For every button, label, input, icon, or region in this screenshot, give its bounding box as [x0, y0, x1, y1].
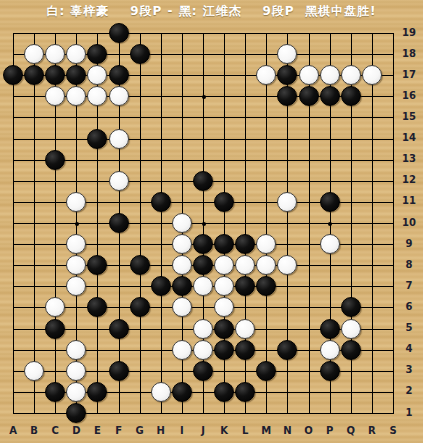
- black-stone-G8: [130, 255, 150, 275]
- column-label-D: D: [66, 425, 87, 436]
- board-point-M11: [256, 191, 277, 212]
- board-point-F18: [108, 44, 129, 65]
- black-stone-J9: [193, 234, 213, 254]
- white-stone-F16: [109, 86, 129, 106]
- board-point-L9: [235, 234, 256, 255]
- black-stone-K11: [214, 192, 234, 212]
- board-point-C6: [45, 297, 66, 318]
- board-point-P11: [319, 191, 340, 212]
- white-stone-P9: [320, 234, 340, 254]
- board-point-D4: [66, 339, 87, 360]
- row-label-4: 4: [397, 343, 421, 354]
- board-point-N10: [277, 212, 298, 233]
- board-point-P6: [319, 297, 340, 318]
- board-point-B14: [24, 128, 45, 149]
- board-point-M1: [256, 402, 277, 423]
- board-point-F8: [108, 255, 129, 276]
- row-label-3: 3: [397, 364, 421, 375]
- board-point-C7: [45, 276, 66, 297]
- black-stone-B17: [24, 65, 44, 85]
- board-point-O4: [298, 339, 319, 360]
- white-stone-B18: [24, 44, 44, 64]
- board-point-K3: [214, 360, 235, 381]
- board-point-C2: [45, 381, 66, 402]
- black-stone-M3: [256, 361, 276, 381]
- board-point-M17: [256, 65, 277, 86]
- column-label-H: H: [150, 425, 171, 436]
- board-point-E5: [87, 318, 108, 339]
- board-point-C16: [45, 86, 66, 107]
- board-point-R9: [361, 234, 382, 255]
- column-label-L: L: [235, 425, 256, 436]
- board-point-R10: [361, 212, 382, 233]
- white-stone-D11: [66, 192, 86, 212]
- board-point-L8: [235, 255, 256, 276]
- board-point-N13: [277, 149, 298, 170]
- white-stone-K7: [214, 276, 234, 296]
- row-label-11: 11: [397, 195, 421, 206]
- board-point-I18: [171, 44, 192, 65]
- black-stone-C13: [45, 150, 65, 170]
- board-point-H3: [150, 360, 171, 381]
- board-point-J4: [192, 339, 213, 360]
- board-point-C15: [45, 107, 66, 128]
- board-point-Q3: [340, 360, 361, 381]
- board-point-K10: [214, 212, 235, 233]
- stones-grid: [2, 22, 403, 423]
- board-point-E14: [87, 128, 108, 149]
- board-point-I4: [171, 339, 192, 360]
- board-point-I3: [171, 360, 192, 381]
- column-label-M: M: [256, 425, 277, 436]
- black-stone-J8: [193, 255, 213, 275]
- white-stone-I9: [172, 234, 192, 254]
- board-point-A13: [2, 149, 23, 170]
- black-stone-I2: [172, 382, 192, 402]
- board-point-B8: [24, 255, 45, 276]
- board-point-N18: [277, 44, 298, 65]
- board-point-F16: [108, 86, 129, 107]
- board-point-O15: [298, 107, 319, 128]
- board-point-P1: [319, 402, 340, 423]
- row-label-10: 10: [397, 217, 421, 228]
- board-point-B17: [24, 65, 45, 86]
- board-point-G11: [129, 191, 150, 212]
- board-point-A4: [2, 339, 23, 360]
- board-point-Q9: [340, 234, 361, 255]
- board-point-K5: [214, 318, 235, 339]
- board-point-E2: [87, 381, 108, 402]
- board-point-H6: [150, 297, 171, 318]
- board-point-O11: [298, 191, 319, 212]
- column-label-S: S: [383, 425, 404, 436]
- board-point-J17: [192, 65, 213, 86]
- board-point-M14: [256, 128, 277, 149]
- black-stone-H11: [151, 192, 171, 212]
- board-point-G1: [129, 402, 150, 423]
- board-point-M13: [256, 149, 277, 170]
- column-label-J: J: [193, 425, 214, 436]
- white-stone-F14: [109, 129, 129, 149]
- board-point-I8: [171, 255, 192, 276]
- board-point-Q19: [340, 22, 361, 43]
- board-point-B19: [24, 22, 45, 43]
- board-point-J6: [192, 297, 213, 318]
- white-stone-J4: [193, 340, 213, 360]
- board-point-O19: [298, 22, 319, 43]
- column-label-K: K: [214, 425, 235, 436]
- go-board: ABCDEFGHIJKLMNOPQRS191817161514131211109…: [0, 0, 423, 443]
- board-point-R12: [361, 170, 382, 191]
- board-point-M2: [256, 381, 277, 402]
- white-stone-J7: [193, 276, 213, 296]
- black-stone-E8: [87, 255, 107, 275]
- black-stone-L2: [235, 382, 255, 402]
- column-label-F: F: [108, 425, 129, 436]
- board-point-L12: [235, 170, 256, 191]
- board-point-E7: [87, 276, 108, 297]
- board-point-L3: [235, 360, 256, 381]
- column-label-I: I: [171, 425, 192, 436]
- board-point-O6: [298, 297, 319, 318]
- black-stone-F17: [109, 65, 129, 85]
- board-point-L2: [235, 381, 256, 402]
- board-point-C11: [45, 191, 66, 212]
- board-point-R15: [361, 107, 382, 128]
- white-stone-D16: [66, 86, 86, 106]
- white-stone-D8: [66, 255, 86, 275]
- board-point-E9: [87, 234, 108, 255]
- board-point-I9: [171, 234, 192, 255]
- board-point-F12: [108, 170, 129, 191]
- board-point-Q12: [340, 170, 361, 191]
- board-point-L16: [235, 86, 256, 107]
- black-stone-K9: [214, 234, 234, 254]
- board-point-L5: [235, 318, 256, 339]
- board-point-A19: [2, 22, 23, 43]
- black-stone-F19: [109, 23, 129, 43]
- white-stone-E17: [87, 65, 107, 85]
- board-point-A3: [2, 360, 23, 381]
- board-point-J15: [192, 107, 213, 128]
- board-point-B3: [24, 360, 45, 381]
- board-point-R5: [361, 318, 382, 339]
- board-point-C10: [45, 212, 66, 233]
- black-stone-E6: [87, 297, 107, 317]
- board-point-M9: [256, 234, 277, 255]
- board-point-D10: [66, 212, 87, 233]
- board-point-Q16: [340, 86, 361, 107]
- white-stone-P4: [320, 340, 340, 360]
- board-point-P19: [319, 22, 340, 43]
- black-stone-G6: [130, 297, 150, 317]
- board-point-M15: [256, 107, 277, 128]
- board-point-O17: [298, 65, 319, 86]
- board-point-E16: [87, 86, 108, 107]
- board-point-P16: [319, 86, 340, 107]
- board-point-C8: [45, 255, 66, 276]
- board-point-G5: [129, 318, 150, 339]
- black-stone-E14: [87, 129, 107, 149]
- board-point-J5: [192, 318, 213, 339]
- board-point-N16: [277, 86, 298, 107]
- board-point-L15: [235, 107, 256, 128]
- board-point-N5: [277, 318, 298, 339]
- board-point-R14: [361, 128, 382, 149]
- board-point-O3: [298, 360, 319, 381]
- board-point-J19: [192, 22, 213, 43]
- board-point-J11: [192, 191, 213, 212]
- board-point-I7: [171, 276, 192, 297]
- board-point-M18: [256, 44, 277, 65]
- board-point-R6: [361, 297, 382, 318]
- board-point-K19: [214, 22, 235, 43]
- row-label-19: 19: [397, 27, 421, 38]
- board-point-P2: [319, 381, 340, 402]
- board-point-M6: [256, 297, 277, 318]
- black-stone-N4: [277, 340, 297, 360]
- board-point-B18: [24, 44, 45, 65]
- board-point-H7: [150, 276, 171, 297]
- board-point-B15: [24, 107, 45, 128]
- board-point-I1: [171, 402, 192, 423]
- board-point-R19: [361, 22, 382, 43]
- board-point-P14: [319, 128, 340, 149]
- black-stone-D17: [66, 65, 86, 85]
- board-point-P8: [319, 255, 340, 276]
- board-point-R16: [361, 86, 382, 107]
- board-point-E6: [87, 297, 108, 318]
- board-point-K2: [214, 381, 235, 402]
- black-stone-L4: [235, 340, 255, 360]
- board-point-F5: [108, 318, 129, 339]
- board-point-D7: [66, 276, 87, 297]
- board-point-N6: [277, 297, 298, 318]
- board-point-R3: [361, 360, 382, 381]
- board-point-N1: [277, 402, 298, 423]
- board-point-C5: [45, 318, 66, 339]
- board-point-O10: [298, 212, 319, 233]
- board-point-N12: [277, 170, 298, 191]
- board-point-F3: [108, 360, 129, 381]
- board-point-P17: [319, 65, 340, 86]
- board-point-R1: [361, 402, 382, 423]
- board-point-M8: [256, 255, 277, 276]
- board-point-F1: [108, 402, 129, 423]
- board-point-H19: [150, 22, 171, 43]
- board-point-H5: [150, 318, 171, 339]
- board-point-K1: [214, 402, 235, 423]
- board-point-H9: [150, 234, 171, 255]
- board-point-D8: [66, 255, 87, 276]
- black-stone-E18: [87, 44, 107, 64]
- board-point-G4: [129, 339, 150, 360]
- board-point-D19: [66, 22, 87, 43]
- white-stone-D4: [66, 340, 86, 360]
- board-point-R11: [361, 191, 382, 212]
- board-point-H17: [150, 65, 171, 86]
- board-point-J2: [192, 381, 213, 402]
- row-label-14: 14: [397, 132, 421, 143]
- board-point-I14: [171, 128, 192, 149]
- board-point-C18: [45, 44, 66, 65]
- row-label-6: 6: [397, 301, 421, 312]
- board-point-C3: [45, 360, 66, 381]
- board-point-I10: [171, 212, 192, 233]
- board-point-E1: [87, 402, 108, 423]
- board-point-K14: [214, 128, 235, 149]
- white-stone-D9: [66, 234, 86, 254]
- board-point-O13: [298, 149, 319, 170]
- board-point-P3: [319, 360, 340, 381]
- board-point-H13: [150, 149, 171, 170]
- board-point-D12: [66, 170, 87, 191]
- board-point-Q18: [340, 44, 361, 65]
- board-point-G3: [129, 360, 150, 381]
- board-point-I15: [171, 107, 192, 128]
- board-point-B1: [24, 402, 45, 423]
- white-stone-L8: [235, 255, 255, 275]
- black-stone-A17: [3, 65, 23, 85]
- board-point-C9: [45, 234, 66, 255]
- board-point-D11: [66, 191, 87, 212]
- board-point-O5: [298, 318, 319, 339]
- board-point-F6: [108, 297, 129, 318]
- white-stone-R17: [362, 65, 382, 85]
- board-point-E18: [87, 44, 108, 65]
- board-point-P7: [319, 276, 340, 297]
- row-label-8: 8: [397, 259, 421, 270]
- board-point-B9: [24, 234, 45, 255]
- board-point-L10: [235, 212, 256, 233]
- go-game-viewer: 白: 辜梓豪 9段P - 黑: 江维杰 9段P 黑棋中盘胜! ABCDEFGHI…: [0, 0, 423, 443]
- black-stone-K2: [214, 382, 234, 402]
- board-point-C19: [45, 22, 66, 43]
- black-stone-F5: [109, 319, 129, 339]
- board-point-G2: [129, 381, 150, 402]
- board-point-K4: [214, 339, 235, 360]
- board-point-K16: [214, 86, 235, 107]
- board-point-R7: [361, 276, 382, 297]
- board-point-F15: [108, 107, 129, 128]
- board-point-E3: [87, 360, 108, 381]
- board-point-I19: [171, 22, 192, 43]
- board-point-K12: [214, 170, 235, 191]
- board-point-G17: [129, 65, 150, 86]
- board-point-F9: [108, 234, 129, 255]
- black-stone-J12: [193, 171, 213, 191]
- black-stone-P16: [320, 86, 340, 106]
- board-point-C1: [45, 402, 66, 423]
- board-point-B10: [24, 212, 45, 233]
- board-point-E10: [87, 212, 108, 233]
- board-point-P9: [319, 234, 340, 255]
- white-stone-B3: [24, 361, 44, 381]
- black-stone-Q16: [341, 86, 361, 106]
- board-point-K18: [214, 44, 235, 65]
- board-point-P10: [319, 212, 340, 233]
- board-point-K17: [214, 65, 235, 86]
- board-point-L14: [235, 128, 256, 149]
- board-point-L11: [235, 191, 256, 212]
- board-point-J1: [192, 402, 213, 423]
- board-point-C12: [45, 170, 66, 191]
- white-stone-I4: [172, 340, 192, 360]
- board-point-G19: [129, 22, 150, 43]
- black-stone-O16: [299, 86, 319, 106]
- board-point-M3: [256, 360, 277, 381]
- board-point-C4: [45, 339, 66, 360]
- board-point-A6: [2, 297, 23, 318]
- board-point-D1: [66, 402, 87, 423]
- board-point-D13: [66, 149, 87, 170]
- row-label-15: 15: [397, 111, 421, 122]
- row-label-17: 17: [397, 69, 421, 80]
- white-stone-N18: [277, 44, 297, 64]
- board-point-G13: [129, 149, 150, 170]
- board-point-O18: [298, 44, 319, 65]
- board-point-Q2: [340, 381, 361, 402]
- board-point-E17: [87, 65, 108, 86]
- white-stone-C18: [45, 44, 65, 64]
- board-point-D2: [66, 381, 87, 402]
- board-point-B13: [24, 149, 45, 170]
- board-point-J9: [192, 234, 213, 255]
- black-stone-C2: [45, 382, 65, 402]
- row-label-7: 7: [397, 280, 421, 291]
- board-point-B12: [24, 170, 45, 191]
- board-point-A11: [2, 191, 23, 212]
- board-point-J16: [192, 86, 213, 107]
- board-point-N11: [277, 191, 298, 212]
- board-point-G10: [129, 212, 150, 233]
- board-point-Q4: [340, 339, 361, 360]
- board-point-A9: [2, 234, 23, 255]
- column-label-E: E: [87, 425, 108, 436]
- board-point-H12: [150, 170, 171, 191]
- board-point-M19: [256, 22, 277, 43]
- column-label-A: A: [3, 425, 24, 436]
- board-point-K15: [214, 107, 235, 128]
- board-point-E11: [87, 191, 108, 212]
- row-label-16: 16: [397, 90, 421, 101]
- board-point-B4: [24, 339, 45, 360]
- board-point-J14: [192, 128, 213, 149]
- board-point-F10: [108, 212, 129, 233]
- board-point-H14: [150, 128, 171, 149]
- column-label-Q: Q: [340, 425, 361, 436]
- board-point-A5: [2, 318, 23, 339]
- row-label-13: 13: [397, 153, 421, 164]
- board-point-N17: [277, 65, 298, 86]
- board-point-A14: [2, 128, 23, 149]
- board-point-P13: [319, 149, 340, 170]
- board-point-R8: [361, 255, 382, 276]
- board-point-E8: [87, 255, 108, 276]
- board-point-N9: [277, 234, 298, 255]
- board-point-L4: [235, 339, 256, 360]
- board-point-O12: [298, 170, 319, 191]
- white-stone-E16: [87, 86, 107, 106]
- white-stone-I10: [172, 213, 192, 233]
- board-point-N14: [277, 128, 298, 149]
- board-point-K13: [214, 149, 235, 170]
- board-point-H4: [150, 339, 171, 360]
- board-point-Q15: [340, 107, 361, 128]
- black-stone-F3: [109, 361, 129, 381]
- board-point-H18: [150, 44, 171, 65]
- board-point-L6: [235, 297, 256, 318]
